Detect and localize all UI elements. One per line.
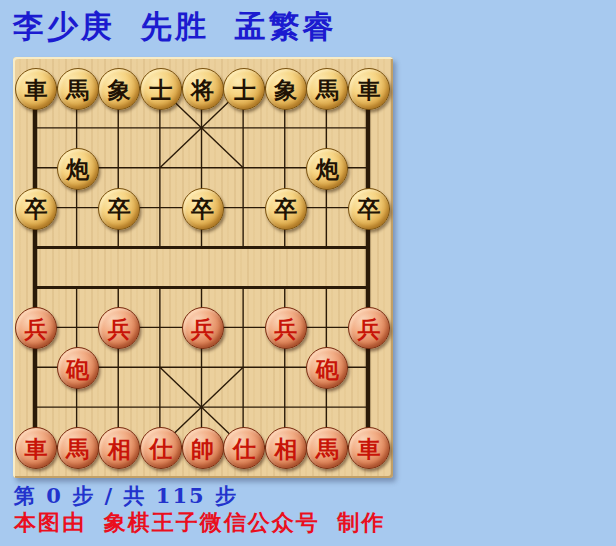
- piece-red-soldier[interactable]: 兵: [265, 307, 307, 349]
- piece-black-advisor[interactable]: 士: [223, 68, 265, 110]
- piece-red-elephant[interactable]: 相: [98, 427, 140, 469]
- piece-black-chariot[interactable]: 車: [15, 68, 57, 110]
- game-title: 李少庚 先胜 孟繁睿: [13, 6, 337, 48]
- piece-black-advisor[interactable]: 士: [140, 68, 182, 110]
- piece-red-advisor[interactable]: 仕: [223, 427, 265, 469]
- piece-black-soldier[interactable]: 卒: [182, 188, 224, 230]
- move-counter: 第 0 步 / 共 115 步: [14, 482, 238, 510]
- piece-red-chariot[interactable]: 車: [348, 427, 390, 469]
- xiangqi-board[interactable]: 車馬象士将士象馬車炮炮卒卒卒卒卒兵兵兵兵兵砲砲車馬相仕帥仕相馬車: [13, 57, 393, 478]
- piece-red-advisor[interactable]: 仕: [140, 427, 182, 469]
- piece-black-soldier[interactable]: 卒: [348, 188, 390, 230]
- piece-red-soldier[interactable]: 兵: [182, 307, 224, 349]
- piece-black-elephant[interactable]: 象: [265, 68, 307, 110]
- piece-red-horse[interactable]: 馬: [57, 427, 99, 469]
- piece-red-chariot[interactable]: 車: [15, 427, 57, 469]
- piece-black-horse[interactable]: 馬: [57, 68, 99, 110]
- board-grid: [13, 57, 393, 478]
- piece-black-elephant[interactable]: 象: [98, 68, 140, 110]
- piece-black-cannon[interactable]: 炮: [57, 148, 99, 190]
- piece-black-cannon[interactable]: 炮: [306, 148, 348, 190]
- credit-text: 本图由 象棋王子微信公众号 制作: [14, 508, 385, 538]
- piece-red-cannon[interactable]: 砲: [57, 347, 99, 389]
- piece-black-soldier[interactable]: 卒: [15, 188, 57, 230]
- piece-red-elephant[interactable]: 相: [265, 427, 307, 469]
- piece-black-chariot[interactable]: 車: [348, 68, 390, 110]
- piece-black-general[interactable]: 将: [182, 68, 224, 110]
- piece-black-soldier[interactable]: 卒: [265, 188, 307, 230]
- piece-black-soldier[interactable]: 卒: [98, 188, 140, 230]
- piece-red-general[interactable]: 帥: [182, 427, 224, 469]
